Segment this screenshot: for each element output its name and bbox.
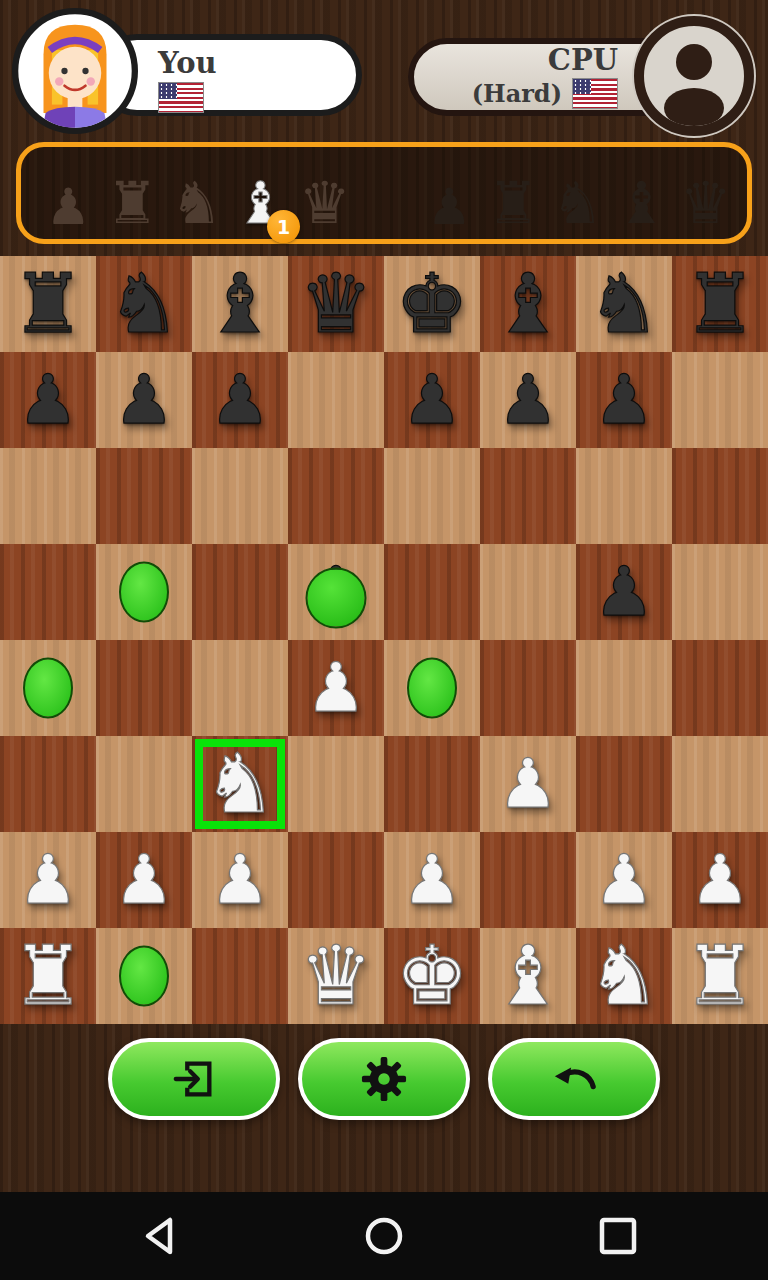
- square-d6[interactable]: [288, 448, 384, 544]
- square-b6[interactable]: [96, 448, 192, 544]
- square-c6[interactable]: [192, 448, 288, 544]
- black-knight-g8: ♞: [576, 256, 672, 352]
- action-bar: [0, 1038, 768, 1120]
- square-b1[interactable]: [96, 928, 192, 1024]
- square-h4[interactable]: [672, 640, 768, 736]
- square-f2[interactable]: [480, 832, 576, 928]
- square-b8[interactable]: ♞: [96, 256, 192, 352]
- square-f3[interactable]: ♟: [480, 736, 576, 832]
- player-you-name: You: [158, 48, 346, 78]
- black-bishop-tray-icon: ♝: [616, 176, 668, 231]
- black-pawn-e7: ♟: [384, 352, 480, 448]
- square-h7[interactable]: [672, 352, 768, 448]
- square-h5[interactable]: [672, 544, 768, 640]
- white-king-e1: ♚: [384, 928, 480, 1024]
- white-pawn-h2: ♟: [672, 832, 768, 928]
- tray-white-bishop: ♝1: [233, 147, 288, 231]
- black-pawn-b7: ♟: [96, 352, 192, 448]
- square-c1[interactable]: [192, 928, 288, 1024]
- player-you-avatar[interactable]: [12, 8, 138, 134]
- gear-icon: [361, 1056, 407, 1102]
- black-pawn-f7: ♟: [480, 352, 576, 448]
- white-rook-a1: ♜: [0, 928, 96, 1024]
- home-icon[interactable]: [362, 1214, 406, 1258]
- square-f8[interactable]: ♝: [480, 256, 576, 352]
- black-knight-b8: ♞: [96, 256, 192, 352]
- square-c5[interactable]: [192, 544, 288, 640]
- black-bishop-f8: ♝: [480, 256, 576, 352]
- recents-icon[interactable]: [596, 1214, 640, 1258]
- chess-board: ♜♞♝♛♚♝♞♜♟♟♟♟♟♟♟♟♟♞♟♟♟♟♟♟♟♜♛♚♝♞♜: [0, 256, 768, 1024]
- square-h8[interactable]: ♜: [672, 256, 768, 352]
- square-b2[interactable]: ♟: [96, 832, 192, 928]
- undo-button[interactable]: [488, 1038, 660, 1120]
- square-e8[interactable]: ♚: [384, 256, 480, 352]
- white-bishop-f1: ♝: [480, 928, 576, 1024]
- square-f6[interactable]: [480, 448, 576, 544]
- us-flag-icon: [572, 78, 618, 109]
- move-dot-e4: [407, 658, 457, 719]
- square-d7[interactable]: [288, 352, 384, 448]
- square-e3[interactable]: [384, 736, 480, 832]
- exit-button[interactable]: [108, 1038, 280, 1120]
- tray-black-bishop: ♝: [614, 147, 669, 231]
- black-rook-h8: ♜: [672, 256, 768, 352]
- square-d8[interactable]: ♛: [288, 256, 384, 352]
- white-knight-g1: ♞: [576, 928, 672, 1024]
- square-c3[interactable]: ♞: [192, 736, 288, 832]
- black-queen-d8: ♛: [288, 256, 384, 352]
- cpu-difficulty-label: (Hard): [472, 79, 562, 108]
- white-queen-tray-icon: ♛: [299, 176, 351, 231]
- square-g7[interactable]: ♟: [576, 352, 672, 448]
- black-king-e8: ♚: [384, 256, 480, 352]
- white-pawn-g2: ♟: [576, 832, 672, 928]
- square-d1[interactable]: ♛: [288, 928, 384, 1024]
- square-e4[interactable]: [384, 640, 480, 736]
- square-g4[interactable]: [576, 640, 672, 736]
- square-c2[interactable]: ♟: [192, 832, 288, 928]
- move-dot-b5: [119, 562, 169, 623]
- square-f1[interactable]: ♝: [480, 928, 576, 1024]
- flag-canton: [159, 83, 177, 98]
- white-pawn-f3: ♟: [480, 736, 576, 832]
- move-dot-b1: [119, 946, 169, 1007]
- square-g2[interactable]: ♟: [576, 832, 672, 928]
- square-g5[interactable]: ♟: [576, 544, 672, 640]
- captured-pieces-tray: ♟♜♞♝1♛ ♟♜♞♝♛: [16, 142, 752, 244]
- black-pawn-c7: ♟: [192, 352, 288, 448]
- black-rook-tray-icon: ♜: [488, 176, 540, 231]
- white-pawn-c2: ♟: [192, 832, 288, 928]
- white-pawn-tray-icon: ♟: [46, 184, 91, 232]
- square-h3[interactable]: [672, 736, 768, 832]
- square-a8[interactable]: ♜: [0, 256, 96, 352]
- square-h1[interactable]: ♜: [672, 928, 768, 1024]
- flag-canton: [573, 79, 591, 94]
- black-pawn-a7: ♟: [0, 352, 96, 448]
- black-queen-tray-icon: ♛: [680, 176, 732, 231]
- square-e6[interactable]: [384, 448, 480, 544]
- square-b7[interactable]: ♟: [96, 352, 192, 448]
- square-b5[interactable]: [96, 544, 192, 640]
- white-queen-d1: ♛: [288, 928, 384, 1024]
- player-cpu-name: CPU: [548, 45, 618, 75]
- black-pawn-tray-icon: ♟: [427, 184, 472, 232]
- capture-dot-d5: [306, 567, 367, 628]
- square-g1[interactable]: ♞: [576, 928, 672, 1024]
- square-e5[interactable]: [384, 544, 480, 640]
- back-icon[interactable]: [142, 1214, 186, 1258]
- exit-icon: [171, 1056, 217, 1102]
- white-pawn-b2: ♟: [96, 832, 192, 928]
- square-b3[interactable]: [96, 736, 192, 832]
- square-f4[interactable]: [480, 640, 576, 736]
- square-e1[interactable]: ♚: [384, 928, 480, 1024]
- settings-button[interactable]: [298, 1038, 470, 1120]
- square-a1[interactable]: ♜: [0, 928, 96, 1024]
- tray-white-knight: ♞: [169, 147, 224, 231]
- square-d4[interactable]: ♟: [288, 640, 384, 736]
- square-a6[interactable]: [0, 448, 96, 544]
- square-d2[interactable]: [288, 832, 384, 928]
- undo-icon: [549, 1056, 599, 1102]
- captured-black-pieces: ♟♜♞♝♛: [422, 147, 733, 231]
- selected-square-highlight: [195, 739, 285, 829]
- square-h2[interactable]: ♟: [672, 832, 768, 928]
- square-a3[interactable]: [0, 736, 96, 832]
- tray-black-pawn: ♟: [422, 147, 477, 231]
- black-bishop-c8: ♝: [192, 256, 288, 352]
- black-rook-a8: ♜: [0, 256, 96, 352]
- us-flag-icon: [158, 82, 204, 113]
- app-screen: You CPU (Hard): [0, 0, 768, 1280]
- square-d3[interactable]: [288, 736, 384, 832]
- square-c8[interactable]: ♝: [192, 256, 288, 352]
- square-f5[interactable]: [480, 544, 576, 640]
- square-g8[interactable]: ♞: [576, 256, 672, 352]
- tray-white-rook: ♜: [105, 147, 160, 231]
- square-e7[interactable]: ♟: [384, 352, 480, 448]
- player-cpu-avatar[interactable]: [630, 12, 758, 140]
- black-knight-tray-icon: ♞: [552, 176, 604, 231]
- white-pawn-e2: ♟: [384, 832, 480, 928]
- square-h6[interactable]: [672, 448, 768, 544]
- captured-white-pieces: ♟♜♞♝1♛: [41, 147, 352, 231]
- square-e2[interactable]: ♟: [384, 832, 480, 928]
- black-pawn-g5: ♟: [576, 544, 672, 640]
- tray-black-queen: ♛: [678, 147, 733, 231]
- white-knight-tray-icon: ♞: [171, 176, 223, 231]
- square-g6[interactable]: [576, 448, 672, 544]
- square-a7[interactable]: ♟: [0, 352, 96, 448]
- square-d5[interactable]: ♟: [288, 544, 384, 640]
- square-g3[interactable]: [576, 736, 672, 832]
- white-pawn-a2: ♟: [0, 832, 96, 928]
- square-c4[interactable]: [192, 640, 288, 736]
- move-dot-a4: [23, 658, 73, 719]
- square-b4[interactable]: [96, 640, 192, 736]
- black-pawn-g7: ♟: [576, 352, 672, 448]
- square-a5[interactable]: [0, 544, 96, 640]
- white-pawn-d4: ♟: [288, 640, 384, 736]
- square-a4[interactable]: [0, 640, 96, 736]
- square-c7[interactable]: ♟: [192, 352, 288, 448]
- tray-white-pawn: ♟: [41, 147, 96, 231]
- white-rook-h1: ♜: [672, 928, 768, 1024]
- tray-black-rook: ♜: [486, 147, 541, 231]
- square-a2[interactable]: ♟: [0, 832, 96, 928]
- tray-white-queen: ♛: [297, 147, 352, 231]
- white-rook-tray-icon: ♜: [107, 176, 159, 231]
- square-f7[interactable]: ♟: [480, 352, 576, 448]
- captured-count-badge: 1: [267, 210, 300, 243]
- tray-black-knight: ♞: [550, 147, 605, 231]
- android-navbar: [0, 1192, 768, 1280]
